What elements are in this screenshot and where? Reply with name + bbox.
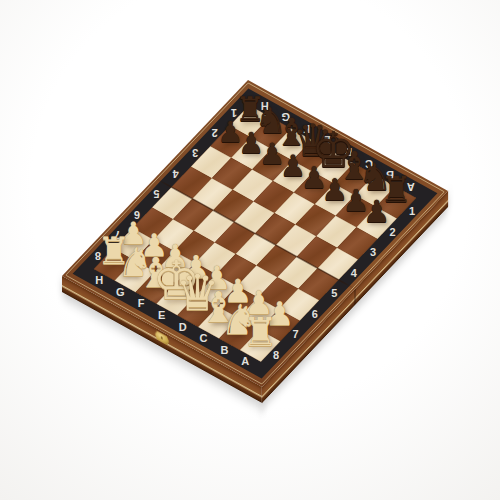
rank-label-3: 3 — [192, 147, 198, 159]
rank-label-4: 4 — [173, 168, 179, 180]
rank-label-3: 3 — [370, 246, 376, 258]
product-photo-scene: HGFEDCBA HGFEDCBA 12345678 12345678 ♜♞♝♛… — [0, 0, 500, 500]
file-label-G: G — [116, 286, 125, 298]
fold-seam-side — [354, 288, 355, 305]
file-label-D: D — [179, 321, 187, 333]
rank-label-2: 2 — [390, 226, 396, 238]
rank-label-5: 5 — [331, 287, 337, 299]
rank-label-6: 6 — [312, 308, 318, 320]
file-label-C: C — [200, 332, 208, 344]
rank-label-4: 4 — [351, 267, 357, 279]
file-label-B: B — [220, 344, 228, 356]
dark-pawn-a2[interactable]: ♟ — [363, 197, 390, 228]
file-label-F: F — [138, 297, 145, 309]
file-label-A: A — [241, 355, 249, 367]
light-rook-a8[interactable]: ♜ — [242, 312, 278, 352]
file-label-H: H — [95, 274, 103, 286]
rank-label-5: 5 — [153, 188, 159, 200]
